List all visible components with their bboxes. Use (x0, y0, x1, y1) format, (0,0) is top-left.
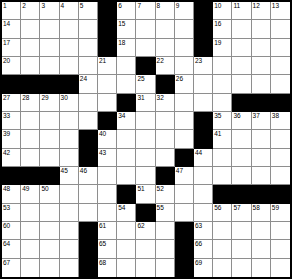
black-square (117, 185, 136, 203)
grid-cell[interactable]: 58 (252, 204, 271, 222)
grid-cell[interactable]: 12 (252, 2, 271, 20)
clue-number: 10 (214, 2, 221, 10)
grid-cell[interactable]: 60 (2, 222, 21, 240)
clue-number: 44 (195, 149, 202, 157)
black-square (156, 75, 175, 93)
grid-cell[interactable] (232, 20, 251, 38)
clue-number: 31 (137, 94, 144, 102)
grid-cell[interactable]: 68 (98, 259, 117, 277)
grid-cell[interactable] (21, 57, 40, 75)
grid-cell[interactable] (40, 130, 59, 148)
grid-cell[interactable] (175, 39, 194, 57)
black-square (40, 167, 59, 185)
grid-cell[interactable]: 61 (98, 222, 117, 240)
clue-number: 33 (3, 112, 10, 120)
black-square (2, 167, 21, 185)
clue-number: 64 (3, 240, 10, 248)
grid-cell[interactable] (175, 112, 194, 130)
grid-cell[interactable]: 36 (232, 112, 251, 130)
grid-cell[interactable] (156, 149, 175, 167)
black-square (79, 149, 98, 167)
grid-cell[interactable]: 48 (2, 185, 21, 203)
grid-cell[interactable] (117, 222, 136, 240)
grid-cell[interactable] (232, 167, 251, 185)
grid-cell[interactable] (21, 222, 40, 240)
clue-number: 43 (99, 149, 106, 157)
grid-cell[interactable] (21, 20, 40, 38)
grid-cell[interactable] (40, 240, 59, 258)
grid-cell[interactable] (79, 20, 98, 38)
grid-cell[interactable] (232, 130, 251, 148)
grid-cell[interactable] (21, 39, 40, 57)
clue-number: 60 (3, 222, 10, 230)
clue-number: 63 (195, 222, 202, 230)
grid-cell[interactable] (136, 20, 155, 38)
clue-number: 19 (214, 39, 221, 47)
grid-cell[interactable] (40, 112, 59, 130)
grid-cell[interactable]: 5 (79, 2, 98, 20)
black-square (194, 20, 213, 38)
clue-number: 32 (157, 94, 164, 102)
grid-cell[interactable]: 57 (232, 204, 251, 222)
grid-cell[interactable]: 13 (271, 2, 290, 20)
grid-cell[interactable] (271, 39, 290, 57)
grid-cell[interactable]: 29 (40, 94, 59, 112)
grid-cell[interactable] (98, 204, 117, 222)
grid-cell[interactable]: 45 (60, 167, 79, 185)
grid-cell[interactable] (60, 20, 79, 38)
grid-cell[interactable]: 31 (136, 94, 155, 112)
grid-cell[interactable] (40, 204, 59, 222)
grid-cell[interactable]: 50 (40, 185, 59, 203)
grid-cell[interactable] (156, 240, 175, 258)
clue-number: 21 (99, 57, 106, 65)
grid-cell[interactable] (271, 130, 290, 148)
clue-number: 24 (80, 75, 87, 83)
black-square (194, 2, 213, 20)
clue-number: 8 (157, 2, 161, 10)
grid-cell[interactable] (213, 149, 232, 167)
grid-cell[interactable] (98, 167, 117, 185)
grid-cell[interactable] (60, 185, 79, 203)
grid-cell[interactable]: 34 (117, 112, 136, 130)
grid-cell[interactable] (213, 75, 232, 93)
grid-cell[interactable] (252, 20, 271, 38)
grid-cell[interactable]: 65 (98, 240, 117, 258)
grid-cell[interactable]: 15 (117, 20, 136, 38)
grid-cell[interactable] (60, 149, 79, 167)
grid-cell[interactable] (60, 222, 79, 240)
clue-number: 68 (99, 259, 106, 267)
grid-cell[interactable] (117, 240, 136, 258)
black-square (136, 204, 155, 222)
clue-number: 67 (3, 259, 10, 267)
grid-cell[interactable] (40, 39, 59, 57)
grid-cell[interactable] (194, 185, 213, 203)
grid-cell[interactable]: 9 (175, 2, 194, 20)
black-square (194, 130, 213, 148)
grid-cell[interactable]: 54 (117, 204, 136, 222)
clue-number: 3 (41, 2, 45, 10)
black-square (98, 2, 117, 20)
grid-cell[interactable]: 18 (117, 39, 136, 57)
grid-cell[interactable]: 30 (60, 94, 79, 112)
clue-number: 17 (3, 39, 10, 47)
grid-cell[interactable] (271, 20, 290, 38)
grid-cell[interactable] (271, 149, 290, 167)
grid-cell[interactable] (194, 167, 213, 185)
grid-cell[interactable] (156, 20, 175, 38)
grid-cell[interactable] (156, 39, 175, 57)
grid-cell[interactable]: 4 (60, 2, 79, 20)
clue-number: 20 (3, 57, 10, 65)
clue-number: 6 (118, 2, 122, 10)
grid-cell[interactable]: 19 (213, 39, 232, 57)
black-square (232, 94, 251, 112)
grid-cell[interactable]: 10 (213, 2, 232, 20)
grid-cell[interactable] (175, 185, 194, 203)
grid-cell[interactable] (271, 222, 290, 240)
grid-cell[interactable] (21, 240, 40, 258)
black-square (98, 112, 117, 130)
grid-cell[interactable]: 11 (232, 2, 251, 20)
grid-cell[interactable] (98, 94, 117, 112)
clue-number: 29 (41, 94, 48, 102)
grid-cell[interactable]: 25 (136, 75, 155, 93)
black-square (60, 75, 79, 93)
grid-cell[interactable]: 17 (2, 39, 21, 57)
grid-cell[interactable] (252, 130, 271, 148)
grid-cell[interactable] (271, 259, 290, 277)
grid-cell[interactable] (175, 57, 194, 75)
grid-cell[interactable] (232, 259, 251, 277)
clue-number: 51 (137, 185, 144, 193)
grid-cell[interactable] (21, 130, 40, 148)
grid-cell[interactable]: 42 (2, 149, 21, 167)
grid-cell[interactable]: 26 (175, 75, 194, 93)
clue-number: 27 (3, 94, 10, 102)
grid-cell[interactable]: 24 (79, 75, 98, 93)
clue-number: 56 (214, 204, 221, 212)
grid-cell[interactable] (175, 130, 194, 148)
grid-cell[interactable]: 62 (136, 222, 155, 240)
grid-cell[interactable] (117, 149, 136, 167)
grid-cell[interactable]: 63 (194, 222, 213, 240)
grid-cell[interactable] (136, 240, 155, 258)
grid-cell[interactable] (252, 167, 271, 185)
black-square (21, 167, 40, 185)
grid-cell[interactable]: 1 (2, 2, 21, 20)
clue-number: 11 (233, 2, 240, 10)
clue-number: 69 (195, 259, 202, 267)
grid-cell[interactable] (175, 94, 194, 112)
crossword-page: 1234567891011121314151617181920212223242… (0, 0, 292, 279)
clue-number: 7 (137, 2, 141, 10)
clue-number: 62 (137, 222, 144, 230)
clue-number: 2 (22, 2, 26, 10)
grid-cell[interactable]: 40 (98, 130, 117, 148)
clue-number: 5 (80, 2, 84, 10)
grid-cell[interactable]: 52 (156, 185, 175, 203)
grid-cell[interactable] (60, 130, 79, 148)
clue-number: 13 (272, 2, 279, 10)
grid-cell[interactable]: 21 (98, 57, 117, 75)
grid-cell[interactable] (21, 112, 40, 130)
grid-cell[interactable] (156, 112, 175, 130)
black-square (21, 75, 40, 93)
black-square (98, 20, 117, 38)
grid-cell[interactable]: 53 (2, 204, 21, 222)
black-square (40, 75, 59, 93)
clue-number: 35 (214, 112, 221, 120)
clue-number: 1 (3, 2, 7, 10)
grid-cell[interactable] (60, 57, 79, 75)
grid-cell[interactable]: 56 (213, 204, 232, 222)
black-square (175, 149, 194, 167)
grid-cell[interactable] (213, 57, 232, 75)
clue-number: 38 (272, 112, 279, 120)
grid-cell[interactable]: 3 (40, 2, 59, 20)
grid-cell[interactable]: 51 (136, 185, 155, 203)
grid-cell[interactable] (252, 57, 271, 75)
clue-number: 57 (233, 204, 240, 212)
grid-cell[interactable]: 20 (2, 57, 21, 75)
grid-cell[interactable] (117, 259, 136, 277)
grid-cell[interactable] (21, 204, 40, 222)
grid-cell[interactable] (136, 39, 155, 57)
grid-cell[interactable]: 37 (252, 112, 271, 130)
grid-cell[interactable] (98, 75, 117, 93)
black-square (175, 259, 194, 277)
grid-cell[interactable] (213, 94, 232, 112)
black-square (194, 112, 213, 130)
grid-cell[interactable]: 33 (2, 112, 21, 130)
grid-cell[interactable]: 59 (271, 204, 290, 222)
grid-cell[interactable] (40, 57, 59, 75)
grid-cell[interactable] (136, 149, 155, 167)
grid-cell[interactable]: 44 (194, 149, 213, 167)
grid-cell[interactable]: 23 (194, 57, 213, 75)
grid-cell[interactable] (79, 112, 98, 130)
clue-number: 22 (157, 57, 164, 65)
clue-number: 46 (80, 167, 87, 175)
grid-cell[interactable] (252, 75, 271, 93)
clue-number: 54 (118, 204, 125, 212)
grid-cell[interactable]: 7 (136, 2, 155, 20)
grid-cell[interactable]: 67 (2, 259, 21, 277)
grid-cell[interactable]: 41 (213, 130, 232, 148)
clue-number: 61 (99, 222, 106, 230)
clue-number: 30 (61, 94, 68, 102)
grid-cell[interactable] (271, 75, 290, 93)
grid-cell[interactable]: 32 (156, 94, 175, 112)
clue-number: 49 (22, 185, 29, 193)
grid-cell[interactable]: 64 (2, 240, 21, 258)
black-square (79, 240, 98, 258)
grid-cell[interactable] (213, 240, 232, 258)
grid-cell[interactable] (232, 240, 251, 258)
grid-cell[interactable]: 46 (79, 167, 98, 185)
grid-cell[interactable] (60, 39, 79, 57)
clue-number: 15 (118, 20, 125, 28)
grid-cell[interactable] (252, 39, 271, 57)
black-square (2, 75, 21, 93)
grid-cell[interactable] (175, 20, 194, 38)
clue-number: 42 (3, 149, 10, 157)
grid-cell[interactable] (79, 94, 98, 112)
grid-cell[interactable] (252, 259, 271, 277)
grid-cell[interactable] (194, 94, 213, 112)
grid-cell[interactable] (60, 259, 79, 277)
black-square (252, 185, 271, 203)
black-square (98, 39, 117, 57)
black-square (194, 39, 213, 57)
black-square (156, 167, 175, 185)
grid-cell[interactable] (136, 259, 155, 277)
grid-cell[interactable]: 35 (213, 112, 232, 130)
grid-cell[interactable] (117, 130, 136, 148)
grid-cell[interactable]: 39 (2, 130, 21, 148)
grid-cell[interactable] (271, 240, 290, 258)
grid-cell[interactable] (213, 259, 232, 277)
clue-number: 50 (41, 185, 48, 193)
clue-number: 52 (157, 185, 164, 193)
grid-cell[interactable] (156, 259, 175, 277)
clue-number: 45 (61, 167, 68, 175)
black-square (271, 185, 290, 203)
clue-number: 28 (22, 94, 29, 102)
clue-number: 25 (137, 75, 144, 83)
grid-cell[interactable]: 6 (117, 2, 136, 20)
grid-cell[interactable] (117, 57, 136, 75)
black-square (117, 94, 136, 112)
black-square (175, 222, 194, 240)
clue-number: 4 (61, 2, 65, 10)
grid-cell[interactable] (79, 185, 98, 203)
clue-number: 39 (3, 130, 10, 138)
black-square (271, 94, 290, 112)
grid-cell[interactable] (156, 130, 175, 148)
grid-cell[interactable]: 16 (213, 20, 232, 38)
grid-cell[interactable] (156, 222, 175, 240)
grid-cell[interactable] (79, 39, 98, 57)
grid-cell[interactable]: 28 (21, 94, 40, 112)
grid-cell[interactable] (252, 149, 271, 167)
grid-cell[interactable] (98, 185, 117, 203)
black-square (79, 259, 98, 277)
grid-cell[interactable] (60, 112, 79, 130)
grid-cell[interactable]: 8 (156, 2, 175, 20)
grid-cell[interactable] (136, 130, 155, 148)
grid-cell[interactable] (232, 75, 251, 93)
grid-cell[interactable]: 66 (194, 240, 213, 258)
grid-cell[interactable] (40, 222, 59, 240)
crossword-grid: 1234567891011121314151617181920212223242… (0, 0, 292, 279)
black-square (252, 94, 271, 112)
grid-cell[interactable]: 22 (156, 57, 175, 75)
clue-number: 65 (99, 240, 106, 248)
grid-cell[interactable]: 38 (271, 112, 290, 130)
black-square (79, 222, 98, 240)
grid-cell[interactable] (232, 57, 251, 75)
grid-cell[interactable] (252, 240, 271, 258)
clue-number: 41 (214, 130, 221, 138)
grid-cell[interactable] (175, 204, 194, 222)
grid-cell[interactable] (21, 149, 40, 167)
clue-number: 58 (253, 204, 260, 212)
clue-number: 55 (157, 204, 164, 212)
grid-cell[interactable] (40, 259, 59, 277)
grid-cell[interactable] (136, 167, 155, 185)
clue-number: 14 (3, 20, 10, 28)
clue-number: 34 (118, 112, 125, 120)
clue-number: 53 (3, 204, 10, 212)
grid-cell[interactable]: 2 (21, 2, 40, 20)
grid-cell[interactable]: 49 (21, 185, 40, 203)
clue-number: 12 (253, 2, 260, 10)
grid-cell[interactable] (194, 204, 213, 222)
grid-cell[interactable] (79, 204, 98, 222)
clue-number: 37 (253, 112, 260, 120)
clue-number: 36 (233, 112, 240, 120)
grid-cell[interactable]: 47 (175, 167, 194, 185)
grid-cell[interactable]: 69 (194, 259, 213, 277)
grid-cell[interactable] (232, 222, 251, 240)
grid-cell[interactable] (60, 240, 79, 258)
grid-cell[interactable] (194, 75, 213, 93)
black-square (232, 185, 251, 203)
grid-cell[interactable] (252, 222, 271, 240)
grid-cell[interactable] (79, 57, 98, 75)
black-square (79, 130, 98, 148)
clue-number: 48 (3, 185, 10, 193)
clue-number: 9 (176, 2, 180, 10)
grid-cell[interactable]: 55 (156, 204, 175, 222)
grid-cell[interactable] (60, 204, 79, 222)
grid-cell[interactable]: 43 (98, 149, 117, 167)
grid-cell[interactable] (117, 167, 136, 185)
black-square (136, 57, 155, 75)
grid-cell[interactable] (21, 259, 40, 277)
grid-cell[interactable] (213, 167, 232, 185)
grid-cell[interactable] (213, 222, 232, 240)
grid-cell[interactable]: 27 (2, 94, 21, 112)
grid-cell[interactable] (232, 149, 251, 167)
grid-cell[interactable]: 14 (2, 20, 21, 38)
grid-cell[interactable] (40, 20, 59, 38)
grid-cell[interactable] (271, 57, 290, 75)
grid-cell[interactable] (117, 75, 136, 93)
grid-cell[interactable] (232, 39, 251, 57)
grid-cell[interactable] (136, 112, 155, 130)
clue-number: 40 (99, 130, 106, 138)
grid-cell[interactable] (40, 149, 59, 167)
black-square (175, 240, 194, 258)
clue-number: 59 (272, 204, 279, 212)
clue-number: 66 (195, 240, 202, 248)
clue-number: 47 (176, 167, 183, 175)
clue-number: 26 (176, 75, 183, 83)
grid-cell[interactable] (271, 167, 290, 185)
black-square (213, 185, 232, 203)
clue-number: 23 (195, 57, 202, 65)
clue-number: 16 (214, 20, 221, 28)
clue-number: 18 (118, 39, 125, 47)
